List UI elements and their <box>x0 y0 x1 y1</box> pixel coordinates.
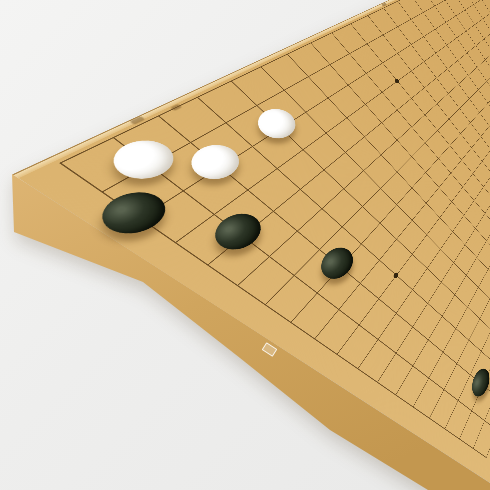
go-board-3d <box>0 0 490 490</box>
product-photo-frame <box>0 0 490 490</box>
